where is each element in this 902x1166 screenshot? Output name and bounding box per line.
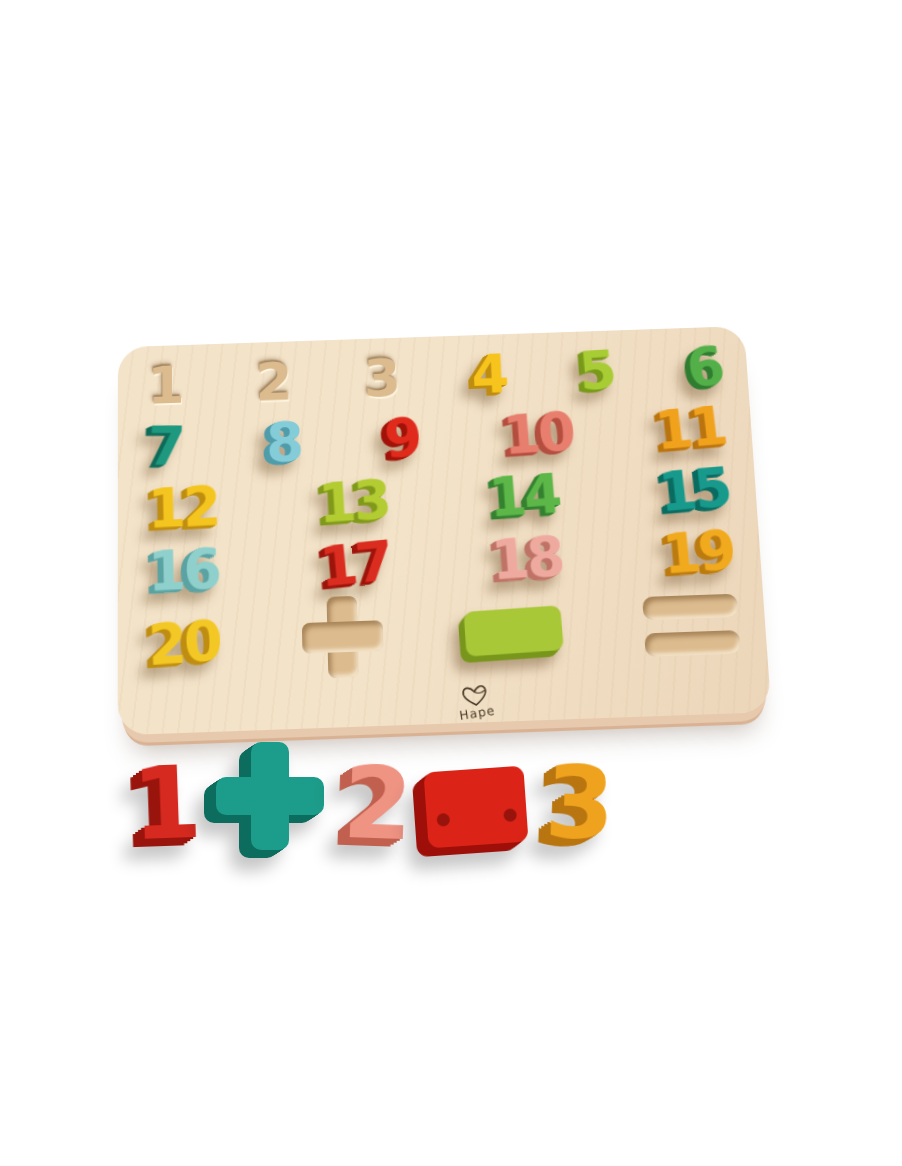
piece-15[interactable]: 15 (657, 460, 733, 520)
piece-6[interactable]: 6 (683, 339, 725, 395)
piece-10[interactable]: 10 (501, 405, 575, 463)
cutout-plus[interactable] (301, 595, 384, 679)
hape-logo: Hape (455, 681, 496, 722)
piece-minus[interactable] (463, 605, 563, 656)
brand-text: Hape (458, 704, 496, 722)
piece-14[interactable]: 14 (487, 466, 561, 525)
piece-17[interactable]: 17 (318, 533, 394, 595)
piece-3[interactable]: 3 (544, 753, 612, 855)
piece-4[interactable]: 4 (471, 347, 508, 401)
product-photo: 1234567891011121314151617181920 Hape 123 (0, 0, 902, 1166)
piece-18[interactable]: 18 (490, 529, 565, 589)
piece-20[interactable]: 20 (147, 612, 221, 673)
loose-pieces-row: 123 (132, 726, 610, 854)
puzzle-board: 1234567891011121314151617181920 Hape (118, 326, 772, 735)
cutout-2[interactable]: 2 (255, 355, 291, 408)
piece-5[interactable]: 5 (577, 343, 616, 398)
board-slot-grid: 1234567891011121314151617181920 (147, 336, 741, 684)
piece-1[interactable]: 1 (130, 753, 198, 855)
piece-12[interactable]: 12 (147, 479, 219, 537)
piece-19[interactable]: 19 (661, 523, 737, 583)
piece-plus[interactable] (216, 742, 324, 850)
piece-16[interactable]: 16 (147, 541, 219, 600)
piece-11[interactable]: 11 (653, 399, 729, 458)
cutout-3[interactable]: 3 (363, 352, 399, 405)
piece-2[interactable]: 2 (341, 753, 409, 855)
piece-7[interactable]: 7 (147, 420, 184, 474)
cutout-1[interactable]: 1 (147, 359, 182, 412)
piece-13[interactable]: 13 (317, 472, 391, 531)
cutout-equals[interactable] (642, 593, 741, 656)
piece-8[interactable]: 8 (266, 415, 302, 470)
piece-9[interactable]: 9 (382, 410, 421, 466)
piece-equals[interactable] (424, 766, 529, 849)
